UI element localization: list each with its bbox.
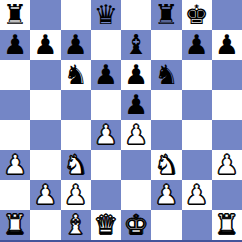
square-d5[interactable]	[91, 90, 121, 120]
square-b1[interactable]	[30, 210, 60, 240]
black-queen: ♛	[94, 0, 118, 30]
square-a6[interactable]	[0, 60, 30, 90]
black-knight: ♞	[64, 60, 88, 90]
white-pawn: ♟	[94, 120, 118, 150]
square-h8[interactable]	[212, 0, 242, 30]
square-b4[interactable]	[30, 120, 60, 150]
white-bishop: ♝	[64, 210, 88, 240]
square-f2[interactable]: ♟	[151, 180, 181, 210]
square-a2[interactable]	[0, 180, 30, 210]
square-h3[interactable]: ♟	[212, 150, 242, 180]
white-pawn: ♟	[124, 120, 148, 150]
square-h6[interactable]	[212, 60, 242, 90]
square-e2[interactable]	[121, 180, 151, 210]
square-c8[interactable]	[61, 0, 91, 30]
square-d3[interactable]	[91, 150, 121, 180]
square-c2[interactable]: ♟	[61, 180, 91, 210]
square-d6[interactable]: ♟	[91, 60, 121, 90]
white-pawn: ♟	[3, 150, 27, 180]
white-knight: ♞	[64, 150, 88, 180]
square-g1[interactable]	[182, 210, 212, 240]
square-d1[interactable]: ♛	[91, 210, 121, 240]
square-e8[interactable]	[121, 0, 151, 30]
square-b5[interactable]	[30, 90, 60, 120]
black-pawn: ♟	[94, 60, 118, 90]
black-pawn: ♟	[124, 90, 148, 120]
square-f1[interactable]	[151, 210, 181, 240]
square-h1[interactable]: ♜	[212, 210, 242, 240]
black-pawn: ♟	[64, 30, 88, 60]
black-rook: ♜	[3, 0, 27, 30]
square-c7[interactable]: ♟	[61, 30, 91, 60]
square-a1[interactable]: ♜	[0, 210, 30, 240]
square-c6[interactable]: ♞	[61, 60, 91, 90]
black-pawn: ♟	[124, 60, 148, 90]
white-pawn: ♟	[215, 150, 239, 180]
square-d7[interactable]	[91, 30, 121, 60]
square-h4[interactable]	[212, 120, 242, 150]
square-d8[interactable]: ♛	[91, 0, 121, 30]
square-g4[interactable]	[182, 120, 212, 150]
black-bishop: ♝	[124, 30, 148, 60]
white-pawn: ♟	[154, 180, 178, 210]
square-c4[interactable]	[61, 120, 91, 150]
square-f4[interactable]	[151, 120, 181, 150]
black-pawn: ♟	[185, 30, 209, 60]
square-c3[interactable]: ♞	[61, 150, 91, 180]
white-king: ♚	[124, 210, 148, 240]
square-g5[interactable]	[182, 90, 212, 120]
black-pawn: ♟	[33, 30, 57, 60]
square-a8[interactable]: ♜	[0, 0, 30, 30]
square-h5[interactable]	[212, 90, 242, 120]
chess-board: ♜♛♜♚♟♟♟♝♟♟♞♟♟♞♟♟♟♟♞♞♟♟♟♟♟♜♝♛♚♜	[0, 0, 242, 242]
square-d2[interactable]	[91, 180, 121, 210]
square-e7[interactable]: ♝	[121, 30, 151, 60]
white-pawn: ♟	[33, 180, 57, 210]
square-f7[interactable]	[151, 30, 181, 60]
white-queen: ♛	[94, 210, 118, 240]
white-knight: ♞	[154, 150, 178, 180]
white-rook: ♜	[215, 210, 239, 240]
square-a3[interactable]: ♟	[0, 150, 30, 180]
black-pawn: ♟	[215, 30, 239, 60]
square-f6[interactable]: ♞	[151, 60, 181, 90]
white-pawn: ♟	[64, 180, 88, 210]
square-f3[interactable]: ♞	[151, 150, 181, 180]
square-a4[interactable]	[0, 120, 30, 150]
square-d4[interactable]: ♟	[91, 120, 121, 150]
square-g2[interactable]: ♟	[182, 180, 212, 210]
black-king: ♚	[185, 0, 209, 30]
square-g7[interactable]: ♟	[182, 30, 212, 60]
black-pawn: ♟	[3, 30, 27, 60]
white-rook: ♜	[3, 210, 27, 240]
square-e1[interactable]: ♚	[121, 210, 151, 240]
square-a7[interactable]: ♟	[0, 30, 30, 60]
square-b6[interactable]	[30, 60, 60, 90]
square-g6[interactable]	[182, 60, 212, 90]
square-b7[interactable]: ♟	[30, 30, 60, 60]
square-f8[interactable]: ♜	[151, 0, 181, 30]
square-e5[interactable]: ♟	[121, 90, 151, 120]
square-f5[interactable]	[151, 90, 181, 120]
square-h2[interactable]	[212, 180, 242, 210]
square-b8[interactable]	[30, 0, 60, 30]
square-b2[interactable]: ♟	[30, 180, 60, 210]
square-b3[interactable]	[30, 150, 60, 180]
square-c5[interactable]	[61, 90, 91, 120]
square-g3[interactable]	[182, 150, 212, 180]
square-a5[interactable]	[0, 90, 30, 120]
black-knight: ♞	[154, 60, 178, 90]
square-e4[interactable]: ♟	[121, 120, 151, 150]
square-e3[interactable]	[121, 150, 151, 180]
square-h7[interactable]: ♟	[212, 30, 242, 60]
square-c1[interactable]: ♝	[61, 210, 91, 240]
black-rook: ♜	[154, 0, 178, 30]
square-g8[interactable]: ♚	[182, 0, 212, 30]
white-pawn: ♟	[185, 180, 209, 210]
square-e6[interactable]: ♟	[121, 60, 151, 90]
